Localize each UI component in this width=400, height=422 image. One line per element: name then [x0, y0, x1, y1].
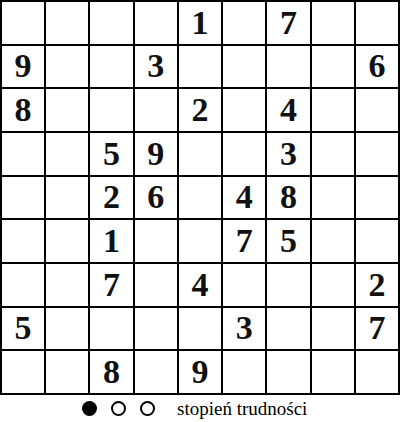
difficulty-circle-filled-icon: [82, 401, 97, 416]
cell-r7c7[interactable]: [267, 264, 309, 306]
cell-r2c3[interactable]: [90, 46, 132, 88]
cell-r4c8[interactable]: [312, 133, 354, 175]
cell-r2c6[interactable]: [223, 46, 265, 88]
cell-r5c9[interactable]: [356, 177, 398, 219]
cell-r8c8[interactable]: [312, 308, 354, 350]
cell-r8c2[interactable]: [46, 308, 88, 350]
cell-r6c2[interactable]: [46, 220, 88, 262]
cell-r1c3[interactable]: [90, 2, 132, 44]
cell-r4c1[interactable]: [2, 133, 44, 175]
cell-r6c3[interactable]: 1: [90, 220, 132, 262]
cell-r9c4[interactable]: [135, 351, 177, 393]
cell-r7c3[interactable]: 7: [90, 264, 132, 306]
cell-r4c3[interactable]: 5: [90, 133, 132, 175]
cell-r1c8[interactable]: [312, 2, 354, 44]
cell-r6c6[interactable]: 7: [223, 220, 265, 262]
cell-r4c2[interactable]: [46, 133, 88, 175]
cell-r2c9[interactable]: 6: [356, 46, 398, 88]
cell-r5c8[interactable]: [312, 177, 354, 219]
cell-r8c7[interactable]: [267, 308, 309, 350]
sudoku-page: 17936824593264817574253789 stopień trudn…: [0, 0, 400, 422]
cell-r7c8[interactable]: [312, 264, 354, 306]
cell-r9c8[interactable]: [312, 351, 354, 393]
cell-r5c7[interactable]: 8: [267, 177, 309, 219]
cell-r3c2[interactable]: [46, 89, 88, 131]
cell-r9c3[interactable]: 8: [90, 351, 132, 393]
cell-r6c4[interactable]: [135, 220, 177, 262]
difficulty-circle-empty-icon: [140, 401, 155, 416]
cell-r1c6[interactable]: [223, 2, 265, 44]
cell-r8c5[interactable]: [179, 308, 221, 350]
cell-r1c9[interactable]: [356, 2, 398, 44]
cell-r4c5[interactable]: [179, 133, 221, 175]
cell-r6c1[interactable]: [2, 220, 44, 262]
cell-r6c8[interactable]: [312, 220, 354, 262]
cell-r4c9[interactable]: [356, 133, 398, 175]
cell-r6c9[interactable]: [356, 220, 398, 262]
cell-r7c5[interactable]: 4: [179, 264, 221, 306]
cell-r3c3[interactable]: [90, 89, 132, 131]
cell-r7c6[interactable]: [223, 264, 265, 306]
cell-r9c2[interactable]: [46, 351, 88, 393]
cell-r1c1[interactable]: [2, 2, 44, 44]
cell-r2c2[interactable]: [46, 46, 88, 88]
cell-r6c5[interactable]: [179, 220, 221, 262]
cell-r7c2[interactable]: [46, 264, 88, 306]
cell-r9c7[interactable]: [267, 351, 309, 393]
cell-r2c1[interactable]: 9: [2, 46, 44, 88]
cell-r4c6[interactable]: [223, 133, 265, 175]
sudoku-board: 17936824593264817574253789: [0, 0, 400, 395]
cell-r2c7[interactable]: [267, 46, 309, 88]
cell-r2c4[interactable]: 3: [135, 46, 177, 88]
cell-r5c6[interactable]: 4: [223, 177, 265, 219]
cell-r4c4[interactable]: 9: [135, 133, 177, 175]
cell-r1c7[interactable]: 7: [267, 2, 309, 44]
cell-r3c6[interactable]: [223, 89, 265, 131]
cell-r8c9[interactable]: 7: [356, 308, 398, 350]
cell-r2c8[interactable]: [312, 46, 354, 88]
cell-r8c3[interactable]: [90, 308, 132, 350]
cell-r8c4[interactable]: [135, 308, 177, 350]
cell-r4c7[interactable]: 3: [267, 133, 309, 175]
cell-r8c6[interactable]: 3: [223, 308, 265, 350]
cell-r1c5[interactable]: 1: [179, 2, 221, 44]
cell-r3c8[interactable]: [312, 89, 354, 131]
cell-r3c5[interactable]: 2: [179, 89, 221, 131]
cell-r7c4[interactable]: [135, 264, 177, 306]
difficulty-circles: [82, 401, 169, 416]
cell-r9c9[interactable]: [356, 351, 398, 393]
cell-r3c7[interactable]: 4: [267, 89, 309, 131]
cell-r9c1[interactable]: [2, 351, 44, 393]
cell-r3c4[interactable]: [135, 89, 177, 131]
cell-r5c2[interactable]: [46, 177, 88, 219]
cell-r2c5[interactable]: [179, 46, 221, 88]
cell-r5c4[interactable]: 6: [135, 177, 177, 219]
difficulty-label: stopień trudności: [177, 398, 307, 420]
difficulty-legend: stopień trudności: [0, 395, 400, 422]
cell-r1c4[interactable]: [135, 2, 177, 44]
cell-r3c1[interactable]: 8: [2, 89, 44, 131]
cell-r7c1[interactable]: [2, 264, 44, 306]
cell-r1c2[interactable]: [46, 2, 88, 44]
cell-r5c1[interactable]: [2, 177, 44, 219]
cell-r3c9[interactable]: [356, 89, 398, 131]
cell-r7c9[interactable]: 2: [356, 264, 398, 306]
cell-r9c6[interactable]: [223, 351, 265, 393]
cell-r8c1[interactable]: 5: [2, 308, 44, 350]
cell-r6c7[interactable]: 5: [267, 220, 309, 262]
cell-r5c5[interactable]: [179, 177, 221, 219]
cell-r9c5[interactable]: 9: [179, 351, 221, 393]
cell-r5c3[interactable]: 2: [90, 177, 132, 219]
difficulty-circle-empty-icon: [111, 401, 126, 416]
